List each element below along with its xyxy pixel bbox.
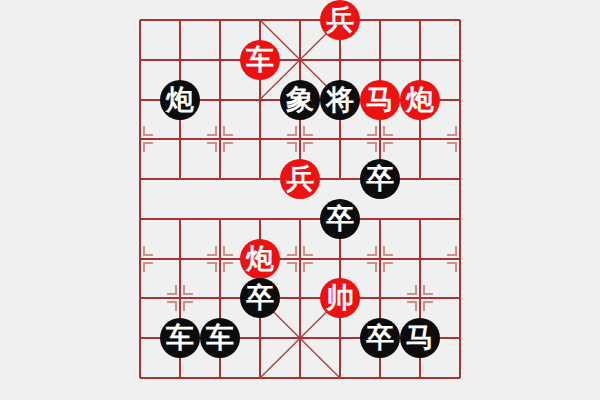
piece-black-cannon[interactable]: 炮 (160, 80, 200, 120)
piece-black-soldier[interactable]: 卒 (360, 159, 400, 199)
piece-black-soldier[interactable]: 卒 (360, 318, 400, 358)
piece-red-soldier[interactable]: 兵 (320, 0, 360, 40)
xiangqi-board: 兵车炮象将马炮兵卒卒炮卒帅车车卒马 (0, 0, 600, 400)
piece-black-chariot[interactable]: 车 (160, 318, 200, 358)
piece-black-soldier[interactable]: 卒 (320, 199, 360, 239)
piece-black-chariot[interactable]: 车 (200, 318, 240, 358)
pieces-layer: 兵车炮象将马炮兵卒卒炮卒帅车车卒马 (120, 0, 480, 398)
piece-red-soldier[interactable]: 兵 (280, 159, 320, 199)
piece-black-general[interactable]: 将 (320, 80, 360, 120)
piece-black-soldier[interactable]: 卒 (240, 278, 280, 318)
piece-black-elephant[interactable]: 象 (280, 80, 320, 120)
piece-red-horse[interactable]: 马 (360, 80, 400, 120)
piece-red-cannon[interactable]: 炮 (400, 80, 440, 120)
piece-black-horse[interactable]: 马 (400, 318, 440, 358)
piece-red-cannon[interactable]: 炮 (240, 239, 280, 279)
piece-red-chariot[interactable]: 车 (240, 40, 280, 80)
piece-red-general[interactable]: 帅 (320, 278, 360, 318)
